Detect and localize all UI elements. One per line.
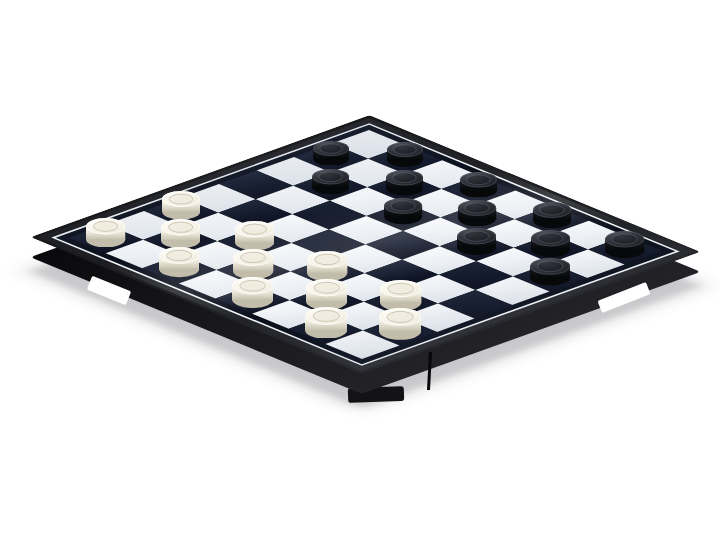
- checker-piece-black[interactable]: [533, 202, 571, 228]
- checker-piece-black[interactable]: [460, 172, 497, 198]
- checker-piece-black[interactable]: [313, 141, 349, 166]
- checker-piece-white[interactable]: [379, 308, 421, 340]
- checker-piece-white[interactable]: [305, 307, 347, 339]
- checker-piece-black[interactable]: [312, 169, 349, 195]
- checker-piece-black[interactable]: [387, 142, 423, 167]
- checker-piece-white[interactable]: [233, 249, 273, 279]
- checker-piece-white[interactable]: [86, 218, 125, 247]
- checker-piece-black[interactable]: [457, 228, 496, 255]
- checker-piece-white[interactable]: [306, 279, 347, 310]
- checker-piece-white[interactable]: [162, 191, 200, 220]
- product-photo: [0, 0, 719, 539]
- checker-piece-white[interactable]: [159, 247, 199, 277]
- checker-piece-white[interactable]: [235, 221, 274, 250]
- checker-piece-white[interactable]: [161, 219, 200, 248]
- checker-piece-white[interactable]: [232, 277, 273, 308]
- checker-piece-white[interactable]: [307, 251, 347, 281]
- checker-piece-black[interactable]: [384, 198, 422, 224]
- checker-piece-black[interactable]: [531, 230, 570, 257]
- checker-piece-black[interactable]: [530, 258, 570, 286]
- checker-piece-black[interactable]: [386, 170, 423, 196]
- checker-piece-white[interactable]: [380, 280, 421, 311]
- checker-piece-black[interactable]: [605, 231, 644, 258]
- checker-piece-black[interactable]: [458, 200, 496, 226]
